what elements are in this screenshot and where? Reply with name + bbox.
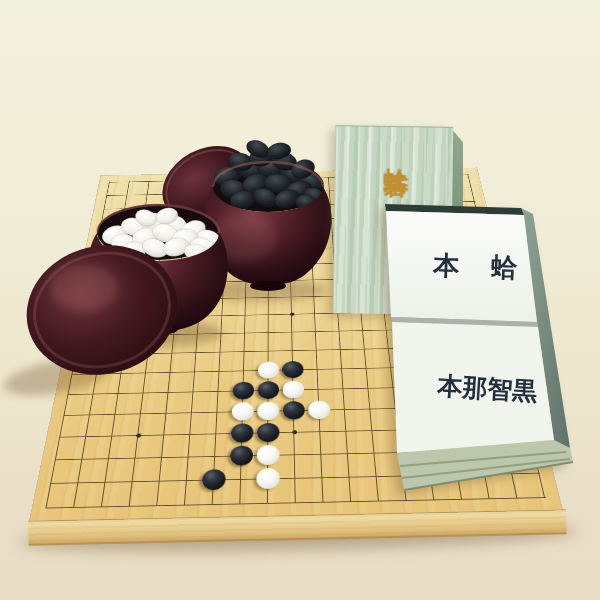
white-box-bottom-label: 本那智黒 bbox=[436, 371, 539, 406]
stone-box-stack: 本 蛤 本那智黒 bbox=[0, 0, 600, 600]
white-box-top-label: 本 蛤 bbox=[432, 250, 521, 283]
go-set-photo: 蛤碁 本 蛤 本那智黒 bbox=[0, 0, 600, 600]
white-box-stack: 本 蛤 本那智黒 bbox=[385, 204, 573, 490]
